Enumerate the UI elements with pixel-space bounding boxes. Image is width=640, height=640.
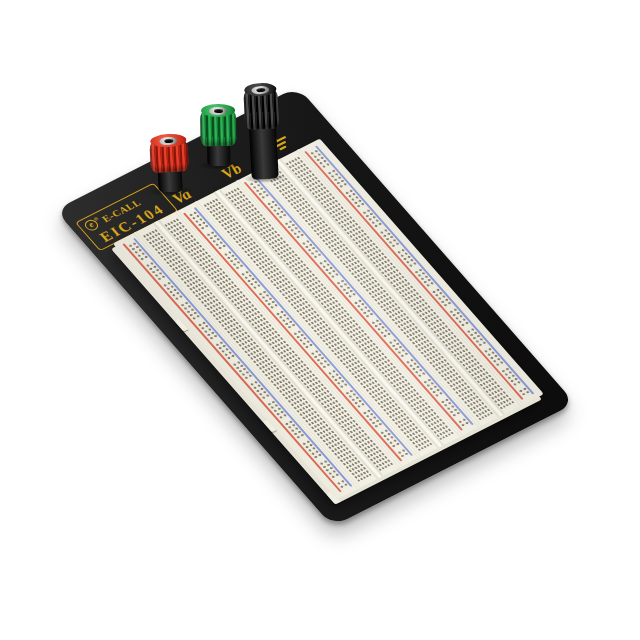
binding-post-green-vb — [200, 104, 237, 167]
mounting-plate: e ® E-CALL EIC-104 Va Vb — [55, 87, 575, 527]
post-jack-hole — [213, 108, 222, 113]
post-jack-hole — [164, 138, 173, 143]
binding-post-red-va — [149, 133, 190, 193]
binding-post-black-ground — [243, 82, 282, 180]
product-photo-scene: e ® E-CALL EIC-104 Va Vb — [0, 0, 640, 640]
post-jack-hole — [256, 87, 265, 92]
